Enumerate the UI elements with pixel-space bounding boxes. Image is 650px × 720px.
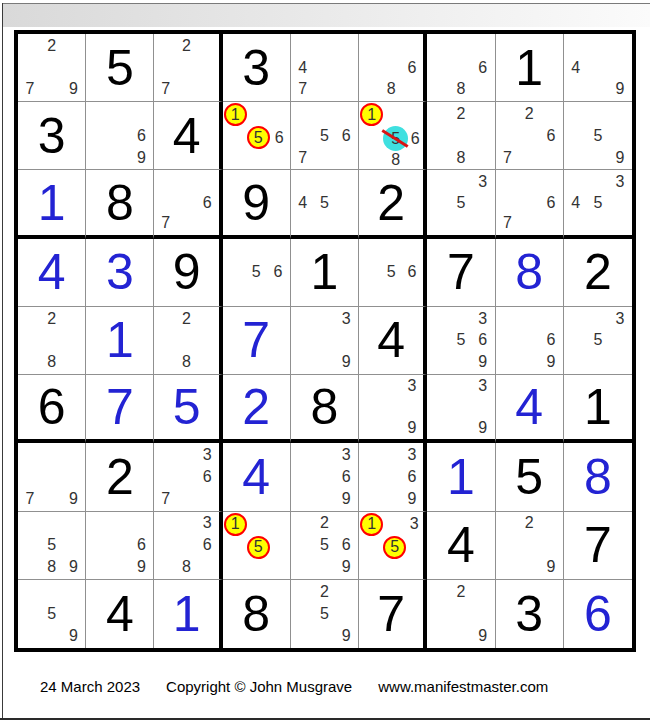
candidate-grid: 45	[292, 171, 357, 233]
candidate-2: 2	[450, 103, 472, 125]
cell-r3c2[interactable]: 8	[86, 170, 154, 238]
cell-r9c3[interactable]: 1	[154, 580, 222, 648]
solved-digit: 5	[154, 375, 218, 439]
candidate-5-yellow-circled: 5	[383, 536, 406, 559]
candidate-9: 9	[335, 625, 357, 647]
solved-digit: 8	[496, 239, 563, 306]
given-digit: 8	[291, 375, 358, 439]
candidate-5: 5	[381, 261, 402, 283]
candidate-8: 8	[450, 78, 472, 100]
candidate-grid: 567	[292, 103, 357, 168]
candidate-7: 7	[292, 78, 314, 100]
solved-digit: 4	[496, 375, 563, 439]
candidate-9: 9	[472, 351, 494, 373]
candidate-8: 8	[383, 151, 408, 168]
candidate-grid: 28	[428, 103, 493, 168]
given-digit: 3	[223, 34, 290, 101]
candidate-grid: 29	[428, 581, 493, 647]
cell-r3c8[interactable]: 67	[496, 170, 564, 238]
cell-r7c3[interactable]: 367	[154, 443, 222, 511]
cell-r9c6[interactable]: 7	[359, 580, 427, 648]
candidate-6: 6	[408, 126, 422, 151]
solved-digit: 2	[223, 375, 290, 439]
solved-digit: 7	[223, 307, 290, 374]
candidate-grid: 35	[565, 308, 631, 373]
given-digit: 4	[359, 307, 423, 374]
cell-r1c2[interactable]: 5	[86, 34, 154, 102]
candidate-9: 9	[402, 418, 423, 439]
cell-r1c3[interactable]: 27	[154, 34, 222, 102]
candidate-7: 7	[19, 78, 41, 100]
candidate-grid: 67	[155, 171, 217, 233]
cell-r3c1[interactable]: 1	[18, 170, 86, 238]
cell-r7c2[interactable]: 2	[86, 443, 154, 511]
solved-digit: 6	[564, 580, 632, 648]
candidate-grid: 39	[360, 376, 422, 438]
candidate-6: 6	[402, 466, 423, 488]
given-digit: 2	[359, 170, 423, 234]
candidate-grid: 259	[292, 581, 357, 647]
candidate-9: 9	[62, 78, 84, 100]
cell-r5c3[interactable]: 28	[154, 307, 222, 375]
candidate-6: 6	[402, 57, 423, 79]
cell-r8c5[interactable]: 2569	[291, 512, 359, 580]
candidate-7: 7	[155, 213, 176, 234]
cell-r8c1[interactable]: 589	[18, 512, 86, 580]
cell-r3c5[interactable]: 45	[291, 170, 359, 238]
candidate-2: 2	[518, 103, 540, 125]
candidate-9: 9	[62, 556, 84, 578]
candidate-6: 6	[540, 192, 562, 213]
cell-r5c5[interactable]: 39	[291, 307, 359, 375]
candidate-5-yellow-circled: 5	[247, 536, 270, 559]
candidate-5: 5	[314, 534, 336, 556]
candidate-4: 4	[292, 192, 314, 213]
candidate-8: 8	[450, 147, 472, 169]
candidate-grid: 589	[19, 513, 84, 578]
candidate-9: 9	[609, 147, 631, 169]
candidate-5: 5	[41, 603, 63, 625]
solved-digit: 3	[86, 239, 153, 306]
solved-digit: 1	[427, 443, 494, 510]
candidate-grid: 156	[224, 103, 289, 168]
sudoku-board: 2795273476868149369415656715682826759186…	[14, 30, 636, 652]
candidate-5: 5	[450, 192, 472, 213]
cell-r6c2[interactable]: 7	[86, 375, 154, 443]
candidate-6: 6	[197, 466, 218, 488]
solved-digit: 1	[18, 170, 85, 234]
candidate-5: 5	[245, 261, 267, 283]
candidate-grid: 79	[19, 444, 84, 509]
candidate-9: 9	[609, 78, 631, 100]
candidate-2: 2	[314, 513, 336, 535]
cell-r9c1[interactable]: 59	[18, 580, 86, 648]
given-digit: 5	[496, 443, 563, 510]
given-digit: 1	[291, 239, 358, 306]
candidate-grid: 369	[292, 444, 357, 509]
candidate-grid: 56	[360, 240, 422, 305]
given-digit: 6	[18, 375, 85, 439]
cell-r2c3[interactable]: 4	[154, 102, 222, 170]
candidate-9: 9	[335, 556, 357, 578]
candidate-5: 5	[587, 330, 609, 352]
cell-r1c5[interactable]: 47	[291, 34, 359, 102]
given-digit: 1	[496, 34, 563, 101]
solved-digit: 4	[223, 443, 290, 510]
cell-r8c3[interactable]: 368	[154, 512, 222, 580]
given-digit: 4	[86, 580, 153, 648]
candidate-grid: 28	[19, 308, 84, 373]
candidate-9: 9	[62, 625, 84, 647]
candidate-3: 3	[402, 376, 423, 397]
cell-r9c9[interactable]: 6	[564, 580, 632, 648]
candidate-8: 8	[41, 351, 63, 373]
given-digit: 9	[154, 239, 218, 306]
candidate-grid: 345	[565, 171, 631, 233]
candidate-5: 5	[587, 125, 609, 147]
footer: 24 March 2023 Copyright © John Musgrave …	[40, 678, 548, 695]
candidate-3: 3	[609, 171, 631, 192]
cell-r4c9[interactable]: 2	[564, 239, 632, 307]
candidate-grid: 39	[428, 376, 493, 438]
candidate-grid: 15	[224, 513, 289, 578]
candidate-6: 6	[335, 125, 357, 147]
candidate-3: 3	[197, 513, 218, 535]
cell-r2c7[interactable]: 28	[427, 102, 495, 170]
given-digit: 5	[86, 34, 153, 101]
cell-r2c5[interactable]: 567	[291, 102, 359, 170]
candidate-grid: 59	[565, 103, 631, 168]
cell-r4c5[interactable]: 1	[291, 239, 359, 307]
given-digit: 3	[18, 102, 85, 169]
cell-r9c8[interactable]: 3	[496, 580, 564, 648]
cell-r5c4[interactable]: 7	[223, 307, 291, 375]
candidate-9: 9	[131, 147, 153, 169]
cell-r9c4[interactable]: 8	[223, 580, 291, 648]
candidate-grid: 1568	[360, 103, 422, 168]
candidate-5: 5	[587, 192, 609, 213]
cell-r9c2[interactable]: 4	[86, 580, 154, 648]
candidate-3: 3	[335, 308, 357, 330]
candidate-9: 9	[335, 488, 357, 510]
solved-digit: 1	[154, 580, 218, 648]
candidate-8: 8	[381, 78, 402, 100]
candidate-3: 3	[406, 513, 422, 536]
given-digit: 1	[564, 375, 632, 439]
candidate-2: 2	[41, 308, 63, 330]
cell-r9c7[interactable]: 29	[427, 580, 495, 648]
candidate-9: 9	[540, 351, 562, 373]
cell-r4c1[interactable]: 4	[18, 239, 86, 307]
cell-r3c4[interactable]: 9	[223, 170, 291, 238]
candidate-grid: 67	[497, 171, 562, 233]
cell-r3c3[interactable]: 67	[154, 170, 222, 238]
candidate-grid: 369	[360, 444, 422, 509]
elimination-strike	[382, 129, 409, 147]
candidate-4: 4	[565, 192, 587, 213]
cell-r2c8[interactable]: 267	[496, 102, 564, 170]
candidate-6: 6	[472, 57, 494, 79]
candidate-5: 5	[314, 125, 336, 147]
candidate-6: 6	[335, 534, 357, 556]
candidate-6: 6	[270, 126, 289, 149]
candidate-grid: 367	[155, 444, 217, 509]
cell-r4c6[interactable]: 56	[359, 239, 427, 307]
candidate-grid: 59	[19, 581, 84, 647]
candidate-9: 9	[472, 625, 494, 647]
solved-digit: 1	[86, 307, 153, 374]
cell-r7c5[interactable]: 369	[291, 443, 359, 511]
candidate-7: 7	[155, 488, 176, 510]
cell-r5c7[interactable]: 3569	[427, 307, 495, 375]
cell-r3c7[interactable]: 35	[427, 170, 495, 238]
window-border-left	[2, 3, 3, 719]
candidate-5: 5	[41, 534, 63, 556]
given-digit: 8	[223, 580, 290, 648]
given-digit: 9	[223, 170, 290, 234]
footer-copyright: Copyright © John Musgrave	[166, 678, 352, 695]
candidate-9: 9	[540, 556, 562, 578]
cell-r7c4[interactable]: 4	[223, 443, 291, 511]
candidate-7: 7	[497, 147, 519, 169]
candidate-1-yellow-circled: 1	[224, 103, 247, 126]
cell-r4c8[interactable]: 8	[496, 239, 564, 307]
given-digit: 7	[427, 239, 494, 306]
candidate-9: 9	[402, 488, 423, 510]
cell-r2c2[interactable]: 69	[86, 102, 154, 170]
solved-digit: 4	[18, 239, 85, 306]
cell-r8c7[interactable]: 4	[427, 512, 495, 580]
cell-r7c8[interactable]: 5	[496, 443, 564, 511]
cell-r1c6[interactable]: 68	[359, 34, 427, 102]
candidate-7: 7	[292, 147, 314, 169]
candidate-grid: 69	[87, 513, 152, 578]
window-top-bar	[2, 3, 650, 27]
candidate-2: 2	[450, 581, 472, 603]
candidate-6: 6	[472, 330, 494, 352]
candidate-grid: 279	[19, 35, 84, 100]
cell-r1c7[interactable]: 68	[427, 34, 495, 102]
candidate-7: 7	[19, 488, 41, 510]
cell-r7c7[interactable]: 1	[427, 443, 495, 511]
cell-r7c6[interactable]: 369	[359, 443, 427, 511]
candidate-grid: 27	[155, 35, 217, 100]
cell-r2c9[interactable]: 59	[564, 102, 632, 170]
cell-r6c8[interactable]: 4	[496, 375, 564, 443]
cell-r2c4[interactable]: 156	[223, 102, 291, 170]
cell-r5c8[interactable]: 69	[496, 307, 564, 375]
cell-r3c9[interactable]: 345	[564, 170, 632, 238]
solved-digit: 7	[86, 375, 153, 439]
candidate-6: 6	[402, 261, 423, 283]
candidate-grid: 47	[292, 35, 357, 100]
cell-r3c6[interactable]: 2	[359, 170, 427, 238]
cell-r5c6[interactable]: 4	[359, 307, 427, 375]
given-digit: 2	[86, 443, 153, 510]
cell-r4c2[interactable]: 3	[86, 239, 154, 307]
given-digit: 4	[427, 512, 494, 579]
solved-digit: 8	[564, 443, 632, 510]
candidate-6: 6	[335, 466, 357, 488]
candidate-grid: 267	[497, 103, 562, 168]
candidate-grid: 35	[428, 171, 493, 233]
candidate-grid: 49	[565, 35, 631, 100]
candidate-grid: 368	[155, 513, 217, 578]
cell-r5c2[interactable]: 1	[86, 307, 154, 375]
given-digit: 7	[359, 580, 423, 648]
candidate-9: 9	[335, 351, 357, 373]
candidate-3: 3	[402, 444, 423, 466]
candidate-grid: 68	[360, 35, 422, 100]
cell-r7c1[interactable]: 79	[18, 443, 86, 511]
candidate-8: 8	[176, 351, 197, 373]
candidate-3: 3	[197, 444, 218, 466]
cell-r2c6[interactable]: 1568	[359, 102, 427, 170]
candidate-7: 7	[155, 78, 176, 100]
cell-r8c8[interactable]: 29	[496, 512, 564, 580]
candidate-3: 3	[609, 308, 631, 330]
cell-r8c9[interactable]: 7	[564, 512, 632, 580]
candidate-7: 7	[497, 213, 519, 234]
candidate-8: 8	[41, 556, 63, 578]
cell-r6c1[interactable]: 6	[18, 375, 86, 443]
candidate-2: 2	[41, 35, 63, 57]
candidate-grid: 56	[224, 240, 289, 305]
candidate-grid: 2569	[292, 513, 357, 578]
candidate-grid: 135	[360, 513, 422, 578]
cell-r6c9[interactable]: 1	[564, 375, 632, 443]
cell-r6c4[interactable]: 2	[223, 375, 291, 443]
cell-r1c1[interactable]: 279	[18, 34, 86, 102]
cell-r6c5[interactable]: 8	[291, 375, 359, 443]
candidate-grid: 39	[292, 308, 357, 373]
candidate-grid: 28	[155, 308, 217, 373]
candidate-8: 8	[176, 556, 197, 578]
candidate-5-yellow-circled: 5	[247, 126, 270, 149]
candidate-5: 5	[314, 192, 336, 213]
given-digit: 7	[564, 512, 632, 579]
candidate-4: 4	[292, 57, 314, 79]
cell-r8c2[interactable]: 69	[86, 512, 154, 580]
cell-r5c1[interactable]: 28	[18, 307, 86, 375]
candidate-3: 3	[472, 308, 494, 330]
cell-r4c3[interactable]: 9	[154, 239, 222, 307]
given-digit: 3	[496, 580, 563, 648]
candidate-6: 6	[540, 330, 562, 352]
cell-r4c7[interactable]: 7	[427, 239, 495, 307]
candidate-5-cyan-eliminated: 5	[383, 126, 408, 151]
cell-r1c8[interactable]: 1	[496, 34, 564, 102]
candidate-9: 9	[131, 556, 153, 578]
candidate-6: 6	[131, 125, 153, 147]
given-digit: 2	[564, 239, 632, 306]
cell-r9c5[interactable]: 259	[291, 580, 359, 648]
candidate-grid: 29	[497, 513, 562, 578]
cell-r4c4[interactable]: 56	[223, 239, 291, 307]
cell-r6c3[interactable]: 5	[154, 375, 222, 443]
cell-r7c9[interactable]: 8	[564, 443, 632, 511]
cell-r5c9[interactable]: 35	[564, 307, 632, 375]
cell-r6c7[interactable]: 39	[427, 375, 495, 443]
candidate-6: 6	[197, 534, 218, 556]
candidate-3: 3	[472, 171, 494, 192]
footer-date: 24 March 2023	[40, 678, 140, 695]
footer-website: www.manifestmaster.com	[378, 678, 548, 695]
candidate-3: 3	[335, 444, 357, 466]
cell-r8c6[interactable]: 135	[359, 512, 427, 580]
cell-r2c1[interactable]: 3	[18, 102, 86, 170]
candidate-4: 4	[565, 57, 587, 79]
candidate-2: 2	[176, 35, 197, 57]
given-digit: 8	[86, 170, 153, 234]
candidate-2: 2	[518, 513, 540, 535]
candidate-1-yellow-circled: 1	[360, 103, 383, 126]
candidate-1-yellow-circled: 1	[360, 513, 383, 536]
candidate-6: 6	[131, 534, 153, 556]
given-digit: 4	[154, 102, 218, 169]
candidate-grid: 69	[497, 308, 562, 373]
candidate-2: 2	[314, 581, 336, 603]
candidate-3: 3	[472, 376, 494, 397]
cell-r1c9[interactable]: 49	[564, 34, 632, 102]
cell-r6c6[interactable]: 39	[359, 375, 427, 443]
candidate-9: 9	[62, 488, 84, 510]
cell-r8c4[interactable]: 15	[223, 512, 291, 580]
candidate-5: 5	[450, 330, 472, 352]
candidate-6: 6	[197, 192, 218, 213]
candidate-6: 6	[267, 261, 289, 283]
candidate-6: 6	[540, 125, 562, 147]
candidate-2: 2	[176, 308, 197, 330]
candidate-5: 5	[314, 603, 336, 625]
candidate-grid: 68	[428, 35, 493, 100]
candidate-9: 9	[472, 418, 494, 439]
cell-r1c4[interactable]: 3	[223, 34, 291, 102]
candidate-grid: 3569	[428, 308, 493, 373]
candidate-1-yellow-circled: 1	[224, 513, 247, 536]
candidate-grid: 69	[87, 103, 152, 168]
